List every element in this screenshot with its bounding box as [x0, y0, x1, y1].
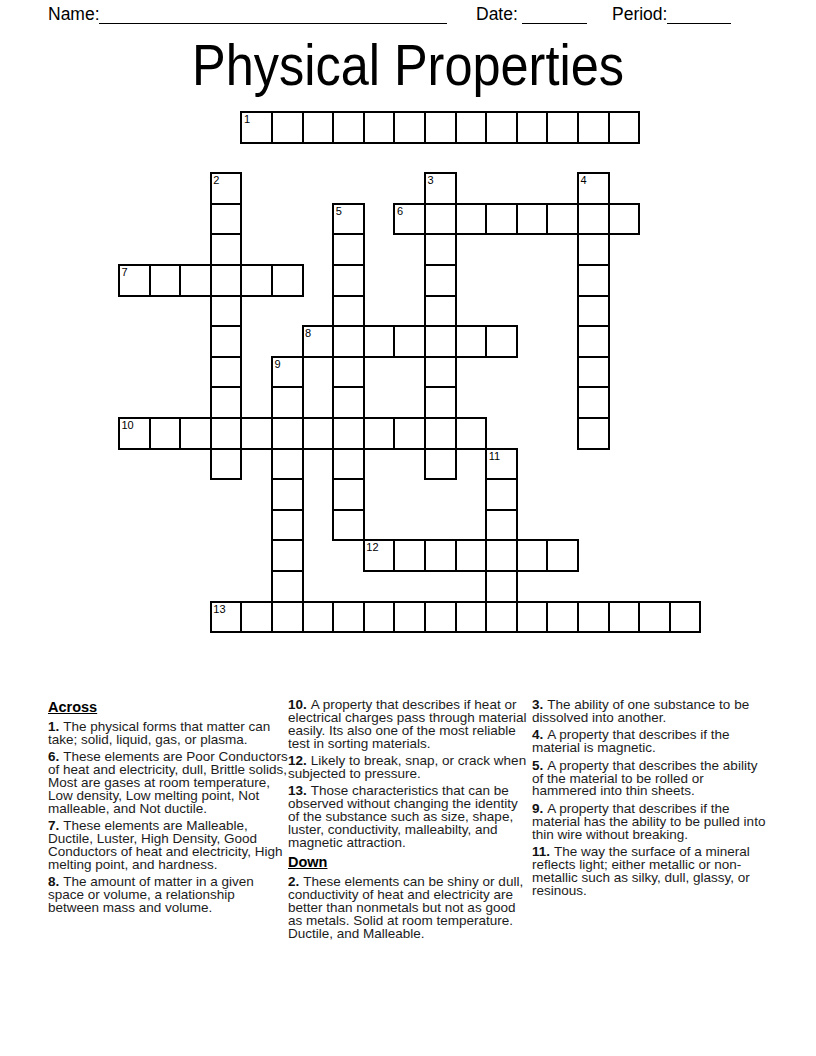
grid-cell-r16c9[interactable]: [393, 601, 426, 634]
grid-cell-r16c13[interactable]: [516, 601, 549, 634]
grid-cell-r10c4[interactable]: [240, 417, 273, 450]
grid-cell-r7c11[interactable]: [455, 325, 488, 358]
grid-cell-r11c10[interactable]: [424, 448, 457, 481]
grid-cell-r16c18[interactable]: [669, 601, 702, 634]
grid-cell-r10c6[interactable]: [302, 417, 335, 450]
grid-cell-r13c12[interactable]: [485, 509, 518, 542]
clue-across-7: 7.These elements are Malleable, Ductile,…: [48, 820, 288, 872]
clues-column-1: Across 1.The physical forms that matter …: [48, 699, 288, 920]
grid-cell-r5c2[interactable]: [179, 264, 212, 297]
grid-cell-r11c7[interactable]: [332, 448, 365, 481]
grid-cell-r6c15[interactable]: [577, 295, 610, 328]
grid-cell-r9c3[interactable]: [210, 386, 243, 419]
grid-cell-r15c5[interactable]: [271, 570, 304, 603]
grid-cell-r14c13[interactable]: [516, 539, 549, 572]
worksheet-page: Name: Date: Period: Physical Properties …: [0, 0, 816, 1056]
clue-down-9-text: A property that describes if the materia…: [532, 801, 765, 842]
cell-number-5: 5: [336, 205, 342, 217]
clue-across-6: 6.These elements are Poor Conductors of …: [48, 751, 288, 816]
grid-cell-r5c5[interactable]: [271, 264, 304, 297]
grid-cell-r4c15[interactable]: [577, 233, 610, 266]
clue-across-10: 10.A property that describes if heat or …: [288, 699, 528, 751]
grid-cell-r0c7[interactable]: [332, 111, 365, 144]
grid-cell-r7c6[interactable]: 8: [302, 325, 335, 358]
grid-cell-r6c3[interactable]: [210, 295, 243, 328]
grid-cell-r0c9[interactable]: [393, 111, 426, 144]
grid-cell-r3c9[interactable]: 6: [393, 203, 426, 236]
grid-cell-r0c6[interactable]: [302, 111, 335, 144]
grid-cell-r0c16[interactable]: [608, 111, 641, 144]
grid-cell-r16c3[interactable]: 13: [210, 601, 243, 634]
grid-cell-r4c10[interactable]: [424, 233, 457, 266]
clue-across-13-text: Those characteristics that can be observ…: [288, 783, 518, 850]
grid-cell-r8c10[interactable]: [424, 356, 457, 389]
grid-cell-r3c15[interactable]: [577, 203, 610, 236]
clue-down-2: 2.These elements can be shiny or dull, c…: [288, 876, 528, 941]
grid-cell-r2c3[interactable]: 2: [210, 172, 243, 205]
grid-cell-r3c13[interactable]: [516, 203, 549, 236]
cell-number-8: 8: [305, 327, 311, 339]
grid-cell-r0c15[interactable]: [577, 111, 610, 144]
clue-down-2-text: These elements can be shiny or dull, con…: [288, 874, 523, 941]
grid-cell-r11c3[interactable]: [210, 448, 243, 481]
grid-cell-r8c7[interactable]: [332, 356, 365, 389]
grid-cell-r14c8[interactable]: 12: [363, 539, 396, 572]
grid-cell-r14c14[interactable]: [546, 539, 579, 572]
grid-cell-r3c12[interactable]: [485, 203, 518, 236]
grid-cell-r11c12[interactable]: 11: [485, 448, 518, 481]
grid-cell-r7c9[interactable]: [393, 325, 426, 358]
clue-down-5: 5.A property that describes the ability …: [532, 760, 772, 799]
grid-cell-r16c7[interactable]: [332, 601, 365, 634]
grid-cell-r9c10[interactable]: [424, 386, 457, 419]
grid-cell-r8c5[interactable]: 9: [271, 356, 304, 389]
grid-cell-r14c11[interactable]: [455, 539, 488, 572]
grid-cell-r3c10[interactable]: [424, 203, 457, 236]
down-heading: Down: [288, 854, 528, 870]
grid-cell-r10c9[interactable]: [393, 417, 426, 450]
clues-column-3: 3.The ability of one substance to be dis…: [532, 699, 772, 902]
grid-cell-r8c3[interactable]: [210, 356, 243, 389]
grid-cell-r0c4[interactable]: 1: [240, 111, 273, 144]
grid-cell-r5c4[interactable]: [240, 264, 273, 297]
grid-cell-r7c15[interactable]: [577, 325, 610, 358]
grid-cell-r14c5[interactable]: [271, 539, 304, 572]
grid-cell-r16c17[interactable]: [638, 601, 671, 634]
grid-cell-r7c7[interactable]: [332, 325, 365, 358]
grid-cell-r5c7[interactable]: [332, 264, 365, 297]
clue-across-1-text: The physical forms that matter can take;…: [48, 719, 270, 747]
across-heading: Across: [48, 699, 288, 715]
clue-across-10-text: A property that describes if heat or ele…: [288, 697, 527, 751]
clue-down-11-text: The way the surface of a mineral reflect…: [532, 844, 750, 898]
clue-across-7-text: These elements are Malleable, Ductile, L…: [48, 818, 283, 872]
grid-cell-r10c10[interactable]: [424, 417, 457, 450]
grid-cell-r2c15[interactable]: 4: [577, 172, 610, 205]
clue-down-4: 4.A property that describes if the mater…: [532, 729, 772, 755]
grid-cell-r10c0[interactable]: 10: [118, 417, 151, 450]
cell-number-11: 11: [489, 450, 500, 462]
name-label: Name:: [48, 4, 100, 24]
grid-cell-r11c5[interactable]: [271, 448, 304, 481]
grid-cell-r8c15[interactable]: [577, 356, 610, 389]
grid-cell-r16c11[interactable]: [455, 601, 488, 634]
grid-cell-r16c8[interactable]: [363, 601, 396, 634]
grid-cell-r16c10[interactable]: [424, 601, 457, 634]
cell-number-4: 4: [581, 174, 587, 186]
cell-number-10: 10: [122, 419, 134, 431]
grid-cell-r10c1[interactable]: [149, 417, 182, 450]
grid-cell-r3c7[interactable]: 5: [332, 203, 365, 236]
grid-cell-r5c10[interactable]: [424, 264, 457, 297]
grid-cell-r16c4[interactable]: [240, 601, 273, 634]
grid-cell-r14c12[interactable]: [485, 539, 518, 572]
grid-cell-r13c5[interactable]: [271, 509, 304, 542]
grid-cell-r0c12[interactable]: [485, 111, 518, 144]
grid-cell-r10c8[interactable]: [363, 417, 396, 450]
cell-number-12: 12: [366, 541, 378, 553]
grid-cell-r9c5[interactable]: [271, 386, 304, 419]
grid-cell-r9c7[interactable]: [332, 386, 365, 419]
grid-cell-r5c1[interactable]: [149, 264, 182, 297]
clue-down-9: 9.A property that describes if the mater…: [532, 803, 772, 842]
cell-number-13: 13: [213, 603, 225, 615]
clue-across-12: 12.Likely to break, snap, or crack when …: [288, 755, 528, 781]
grid-cell-r4c7[interactable]: [332, 233, 365, 266]
grid-cell-r0c5[interactable]: [271, 111, 304, 144]
grid-cell-r3c16[interactable]: [608, 203, 641, 236]
crossword-grid: 12345678910111213: [118, 111, 702, 634]
clue-across-13: 13.Those characteristics that can be obs…: [288, 785, 528, 850]
grid-cell-r16c14[interactable]: [546, 601, 579, 634]
clue-down-3: 3.The ability of one substance to be dis…: [532, 699, 772, 725]
period-label: Period:: [612, 4, 667, 24]
name-line[interactable]: [99, 6, 447, 24]
clue-across-8: 8.The amount of matter in a given space …: [48, 876, 288, 915]
grid-cell-r13c7[interactable]: [332, 509, 365, 542]
clue-across-12-text: Likely to break, snap, or crack when sub…: [288, 753, 526, 781]
grid-cell-r10c11[interactable]: [455, 417, 488, 450]
cell-number-9: 9: [275, 358, 281, 370]
grid-cell-r12c12[interactable]: [485, 478, 518, 511]
grid-cell-r3c11[interactable]: [455, 203, 488, 236]
grid-cell-r5c0[interactable]: 7: [118, 264, 151, 297]
grid-cell-r15c12[interactable]: [485, 570, 518, 603]
grid-cell-r0c14[interactable]: [546, 111, 579, 144]
grid-cell-r16c5[interactable]: [271, 601, 304, 634]
grid-cell-r14c9[interactable]: [393, 539, 426, 572]
grid-cell-r7c3[interactable]: [210, 325, 243, 358]
grid-cell-r12c5[interactable]: [271, 478, 304, 511]
grid-cell-r10c3[interactable]: [210, 417, 243, 450]
date-line[interactable]: [522, 6, 587, 24]
period-line[interactable]: [667, 6, 731, 24]
grid-cell-r10c2[interactable]: [179, 417, 212, 450]
grid-cell-r5c15[interactable]: [577, 264, 610, 297]
cell-number-7: 7: [122, 266, 128, 278]
date-label: Date:: [476, 4, 518, 24]
grid-cell-r4c3[interactable]: [210, 233, 243, 266]
grid-cell-r6c10[interactable]: [424, 295, 457, 328]
grid-cell-r3c14[interactable]: [546, 203, 579, 236]
cell-number-6: 6: [397, 205, 403, 217]
grid-cell-r12c7[interactable]: [332, 478, 365, 511]
clue-across-6-text: These elements are Poor Conductors of he…: [48, 749, 288, 816]
grid-cell-r0c8[interactable]: [363, 111, 396, 144]
grid-cell-r14c10[interactable]: [424, 539, 457, 572]
grid-cell-r10c7[interactable]: [332, 417, 365, 450]
clue-down-4-text: A property that describes if the materia…: [532, 727, 730, 755]
grid-cell-r6c7[interactable]: [332, 295, 365, 328]
clue-across-1: 1.The physical forms that matter can tak…: [48, 721, 288, 747]
grid-cell-r16c16[interactable]: [608, 601, 641, 634]
grid-cell-r7c8[interactable]: [363, 325, 396, 358]
clues-column-2: 10.A property that describes if heat or …: [288, 699, 528, 946]
grid-cell-r0c10[interactable]: [424, 111, 457, 144]
grid-cell-r10c15[interactable]: [577, 417, 610, 450]
grid-cell-r9c15[interactable]: [577, 386, 610, 419]
grid-cell-r5c3[interactable]: [210, 264, 243, 297]
grid-cell-r2c10[interactable]: 3: [424, 172, 457, 205]
grid-cell-r0c13[interactable]: [516, 111, 549, 144]
cell-number-3: 3: [428, 174, 434, 186]
grid-cell-r16c15[interactable]: [577, 601, 610, 634]
clue-down-5-text: A property that describes the ability of…: [532, 758, 757, 799]
grid-cell-r7c12[interactable]: [485, 325, 518, 358]
clue-across-8-text: The amount of matter in a given space or…: [48, 874, 254, 915]
worksheet-title: Physical Properties: [53, 36, 763, 94]
grid-cell-r10c5[interactable]: [271, 417, 304, 450]
grid-cell-r3c3[interactable]: [210, 203, 243, 236]
clue-down-11: 11.The way the surface of a mineral refl…: [532, 846, 772, 898]
grid-cell-r0c11[interactable]: [455, 111, 488, 144]
cell-number-1: 1: [244, 113, 250, 125]
cell-number-2: 2: [213, 174, 219, 186]
grid-cell-r7c10[interactable]: [424, 325, 457, 358]
clue-down-3-text: The ability of one substance to be disso…: [532, 697, 749, 725]
grid-cell-r16c12[interactable]: [485, 601, 518, 634]
grid-cell-r16c6[interactable]: [302, 601, 335, 634]
